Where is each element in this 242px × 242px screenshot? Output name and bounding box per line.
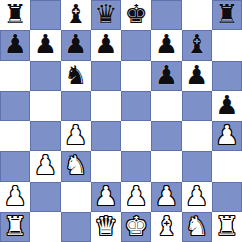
square-h7[interactable]: [212, 30, 242, 60]
square-c5[interactable]: [61, 91, 91, 121]
piece-black-rook[interactable]: ♜: [215, 1, 238, 27]
piece-black-pawn[interactable]: ♟: [34, 31, 57, 57]
square-d5[interactable]: [91, 91, 121, 121]
square-b5[interactable]: [30, 91, 60, 121]
square-f8[interactable]: [151, 0, 181, 30]
piece-black-bishop[interactable]: ♝: [185, 31, 208, 57]
square-a5[interactable]: [0, 91, 30, 121]
square-h1[interactable]: ♜: [212, 212, 242, 242]
square-e3[interactable]: [121, 151, 151, 181]
piece-white-pawn[interactable]: ♟: [34, 152, 57, 178]
square-f6[interactable]: ♟: [151, 61, 181, 91]
square-c2[interactable]: [61, 182, 91, 212]
piece-white-bishop[interactable]: ♝: [155, 213, 178, 239]
piece-black-knight[interactable]: ♞: [64, 62, 87, 88]
square-a8[interactable]: ♜: [0, 0, 30, 30]
piece-white-pawn[interactable]: ♟: [215, 122, 238, 148]
piece-black-pawn[interactable]: ♟: [185, 62, 208, 88]
piece-white-pawn[interactable]: ♟: [185, 183, 208, 209]
square-g6[interactable]: ♟: [182, 61, 212, 91]
square-e5[interactable]: [121, 91, 151, 121]
piece-white-knight[interactable]: ♞: [185, 213, 208, 239]
square-a2[interactable]: ♟: [0, 182, 30, 212]
piece-black-queen[interactable]: ♛: [94, 1, 117, 27]
square-d7[interactable]: ♟: [91, 30, 121, 60]
square-b1[interactable]: [30, 212, 60, 242]
square-c1[interactable]: [61, 212, 91, 242]
square-d2[interactable]: ♟: [91, 182, 121, 212]
piece-white-pawn[interactable]: ♟: [124, 183, 147, 209]
piece-white-king[interactable]: ♚: [124, 213, 147, 239]
square-b2[interactable]: [30, 182, 60, 212]
piece-black-king[interactable]: ♚: [124, 1, 147, 27]
square-a7[interactable]: ♟: [0, 30, 30, 60]
square-c8[interactable]: ♝: [61, 0, 91, 30]
piece-black-bishop[interactable]: ♝: [64, 1, 87, 27]
piece-black-pawn[interactable]: ♟: [155, 62, 178, 88]
piece-white-rook[interactable]: ♜: [3, 213, 26, 239]
square-c3[interactable]: ♞: [61, 151, 91, 181]
square-a6[interactable]: [0, 61, 30, 91]
square-c7[interactable]: ♟: [61, 30, 91, 60]
square-g1[interactable]: ♞: [182, 212, 212, 242]
square-b8[interactable]: [30, 0, 60, 30]
square-b4[interactable]: [30, 121, 60, 151]
piece-white-queen[interactable]: ♛: [94, 213, 117, 239]
screenshot-stage: ♜♝♛♚♜♟♟♟♟♟♝♞♟♟♟♟♟♟♞♟♟♟♟♟♜♛♚♝♞♜: [0, 0, 242, 242]
square-c4[interactable]: ♟: [61, 121, 91, 151]
square-e7[interactable]: [121, 30, 151, 60]
square-h3[interactable]: [212, 151, 242, 181]
square-e6[interactable]: [121, 61, 151, 91]
square-d3[interactable]: [91, 151, 121, 181]
piece-black-rook[interactable]: ♜: [3, 1, 26, 27]
square-d6[interactable]: [91, 61, 121, 91]
square-e2[interactable]: ♟: [121, 182, 151, 212]
piece-white-knight[interactable]: ♞: [64, 152, 87, 178]
piece-white-rook[interactable]: ♜: [215, 213, 238, 239]
square-d8[interactable]: ♛: [91, 0, 121, 30]
square-h6[interactable]: [212, 61, 242, 91]
square-f5[interactable]: [151, 91, 181, 121]
square-h5[interactable]: ♟: [212, 91, 242, 121]
square-d4[interactable]: [91, 121, 121, 151]
square-a1[interactable]: ♜: [0, 212, 30, 242]
piece-white-pawn[interactable]: ♟: [155, 183, 178, 209]
piece-black-pawn[interactable]: ♟: [215, 92, 238, 118]
square-f4[interactable]: [151, 121, 181, 151]
square-g8[interactable]: [182, 0, 212, 30]
square-e1[interactable]: ♚: [121, 212, 151, 242]
square-g3[interactable]: [182, 151, 212, 181]
square-b3[interactable]: ♟: [30, 151, 60, 181]
square-a4[interactable]: [0, 121, 30, 151]
piece-black-pawn[interactable]: ♟: [64, 31, 87, 57]
piece-black-pawn[interactable]: ♟: [3, 31, 26, 57]
piece-black-pawn[interactable]: ♟: [94, 31, 117, 57]
piece-white-pawn[interactable]: ♟: [94, 183, 117, 209]
piece-white-pawn[interactable]: ♟: [3, 183, 26, 209]
square-g2[interactable]: ♟: [182, 182, 212, 212]
square-h8[interactable]: ♜: [212, 0, 242, 30]
square-f3[interactable]: [151, 151, 181, 181]
square-d1[interactable]: ♛: [91, 212, 121, 242]
square-g5[interactable]: [182, 91, 212, 121]
square-b7[interactable]: ♟: [30, 30, 60, 60]
piece-white-pawn[interactable]: ♟: [64, 122, 87, 148]
square-c6[interactable]: ♞: [61, 61, 91, 91]
square-e8[interactable]: ♚: [121, 0, 151, 30]
square-e4[interactable]: [121, 121, 151, 151]
square-f2[interactable]: ♟: [151, 182, 181, 212]
piece-black-pawn[interactable]: ♟: [155, 31, 178, 57]
square-h2[interactable]: [212, 182, 242, 212]
square-g4[interactable]: [182, 121, 212, 151]
square-a3[interactable]: [0, 151, 30, 181]
square-g7[interactable]: ♝: [182, 30, 212, 60]
square-f7[interactable]: ♟: [151, 30, 181, 60]
square-f1[interactable]: ♝: [151, 212, 181, 242]
square-h4[interactable]: ♟: [212, 121, 242, 151]
square-b6[interactable]: [30, 61, 60, 91]
chess-board: ♜♝♛♚♜♟♟♟♟♟♝♞♟♟♟♟♟♟♞♟♟♟♟♟♜♛♚♝♞♜: [0, 0, 242, 242]
